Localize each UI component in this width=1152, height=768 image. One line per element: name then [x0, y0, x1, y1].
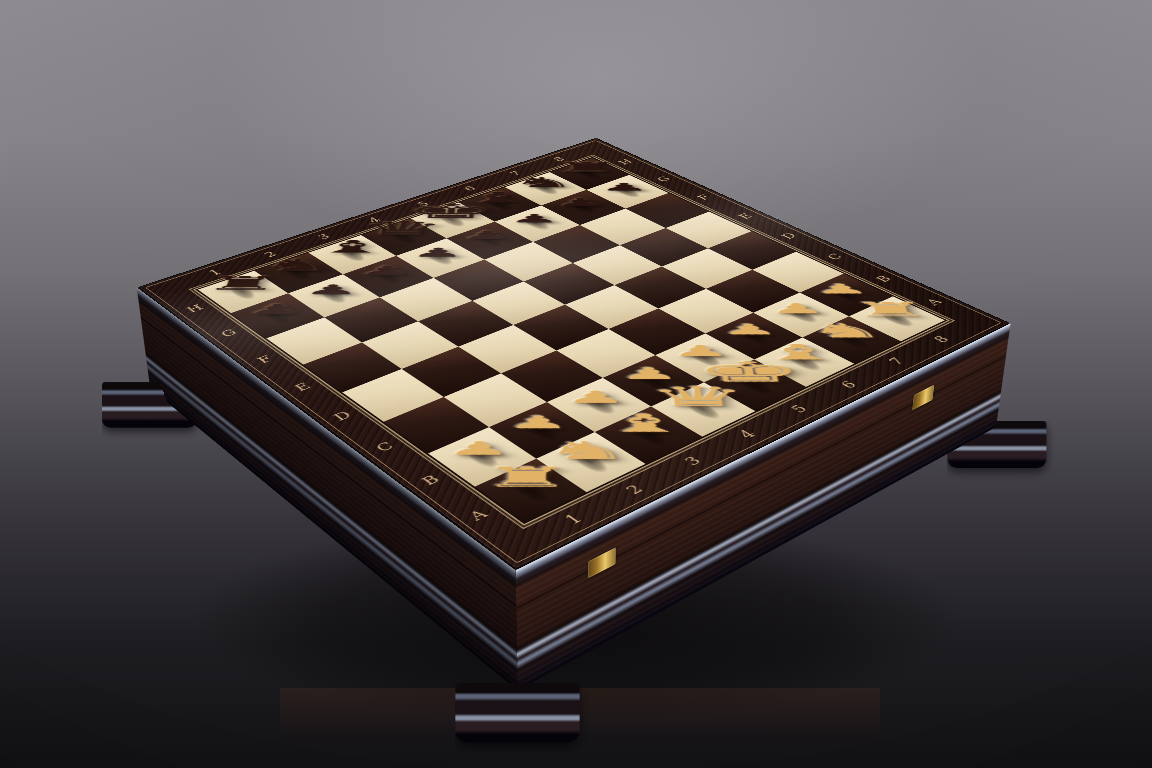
- queen-glyph: ♛: [646, 383, 750, 410]
- knight-glyph: ♞: [543, 438, 631, 463]
- rook-glyph: ♜: [479, 464, 574, 492]
- pawn-glyph: ♟: [766, 302, 826, 316]
- pawn-glyph: ♟: [506, 413, 570, 431]
- bishop-glyph: ♝: [599, 411, 690, 436]
- brass-hinge-icon: [588, 547, 616, 578]
- pawn-glyph: ♟: [555, 197, 605, 208]
- perspective-scene: ♜♟♞♟♝♟♚♟♛♟♝♟♞♟♟♜♜♟♟♞♟♝♟♚♟♛♟♝♟♞♟♜ HGFEDCB…: [0, 0, 1152, 768]
- pawn-glyph: ♟: [445, 439, 512, 458]
- knight-glyph: ♞: [804, 321, 887, 341]
- pawn-glyph: ♟: [358, 264, 415, 277]
- pawn-glyph: ♟: [564, 389, 627, 406]
- pawn-glyph: ♟: [460, 229, 513, 241]
- brass-hinge-icon: [912, 385, 934, 411]
- studio-scene: ♜♟♞♟♝♟♚♟♛♟♝♟♞♟♟♜♜♟♟♞♟♝♟♚♟♛♟♝♟♞♟♜ HGFEDCB…: [0, 0, 1152, 768]
- pawn-glyph: ♟: [618, 365, 680, 381]
- pawn-glyph: ♟: [410, 246, 465, 258]
- pawn-glyph: ♟: [719, 322, 780, 337]
- pawn-glyph: ♟: [245, 302, 306, 316]
- pawn-glyph: ♟: [509, 213, 561, 224]
- board-face: ♜♟♞♟♝♟♚♟♛♟♝♟♞♟♟♜♜♟♟♞♟♝♟♚♟♛♟♝♟♞♟♜ HGFEDCB…: [137, 138, 1011, 570]
- pawn-glyph: ♟: [303, 283, 362, 296]
